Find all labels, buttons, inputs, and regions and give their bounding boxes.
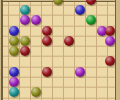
purple-ball[interactable] [75, 67, 85, 77]
blue-ball[interactable] [9, 26, 19, 36]
olive-ball[interactable] [9, 36, 19, 46]
dark-red-ball[interactable] [42, 26, 52, 36]
board-border-left-line [1, 0, 2, 100]
game-board[interactable] [0, 0, 120, 100]
olive-ball[interactable] [53, 0, 63, 5]
purple-ball[interactable] [9, 77, 19, 87]
lines-game-window [0, 0, 120, 100]
olive-ball[interactable] [9, 46, 19, 56]
blue-ball[interactable] [75, 5, 85, 15]
teal-ball[interactable] [9, 87, 19, 97]
dark-red-ball[interactable] [42, 67, 52, 77]
dark-red-ball[interactable] [105, 56, 115, 66]
dark-red-ball[interactable] [105, 26, 115, 36]
olive-ball[interactable] [20, 36, 30, 46]
purple-ball[interactable] [105, 36, 115, 46]
olive-ball[interactable] [31, 87, 41, 97]
dark-red-ball[interactable] [20, 46, 30, 56]
teal-ball[interactable] [20, 5, 30, 15]
dark-red-ball[interactable] [42, 36, 52, 46]
purple-ball[interactable] [31, 15, 41, 25]
green-ball[interactable] [86, 15, 96, 25]
board-border-right-outer [116, 0, 120, 100]
dark-red-ball[interactable] [64, 36, 74, 46]
purple-ball[interactable] [20, 15, 30, 25]
blue-ball[interactable] [9, 67, 19, 77]
dark-red-ball[interactable] [86, 0, 96, 5]
